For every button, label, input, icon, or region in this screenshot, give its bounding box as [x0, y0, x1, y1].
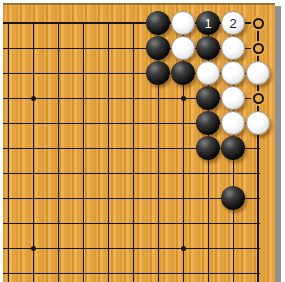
white-stone[interactable]: 2: [221, 11, 245, 35]
circle-marker[interactable]: [253, 18, 264, 29]
go-diagram: 12: [0, 0, 285, 282]
board-drop-shadow: [275, 6, 281, 282]
white-stone[interactable]: [221, 36, 245, 60]
grid-line-vertical: [33, 23, 34, 282]
board-top-edge: [3, 3, 275, 5]
black-stone[interactable]: [146, 11, 170, 35]
grid-line-horizontal: [3, 223, 260, 224]
star-point: [181, 96, 186, 101]
move-number-label: 2: [229, 17, 236, 30]
grid-line-vertical: [83, 23, 84, 282]
grid-line-vertical: [58, 23, 59, 282]
black-stone[interactable]: [146, 36, 170, 60]
grid-line-vertical: [133, 23, 134, 282]
black-stone[interactable]: [196, 86, 220, 110]
white-stone[interactable]: [221, 86, 245, 110]
white-stone[interactable]: [246, 61, 270, 85]
white-stone[interactable]: [246, 111, 270, 135]
white-stone[interactable]: [171, 36, 195, 60]
black-stone[interactable]: [146, 61, 170, 85]
white-stone[interactable]: [196, 61, 220, 85]
black-stone[interactable]: [196, 111, 220, 135]
star-point: [31, 96, 36, 101]
black-stone[interactable]: [171, 61, 195, 85]
grid-line-horizontal: [3, 273, 260, 274]
grid-line-horizontal: [3, 248, 260, 249]
black-stone[interactable]: 1: [196, 11, 220, 35]
black-stone[interactable]: [196, 136, 220, 160]
star-point: [31, 246, 36, 251]
white-stone[interactable]: [221, 111, 245, 135]
black-stone[interactable]: [221, 186, 245, 210]
white-stone[interactable]: [171, 11, 195, 35]
grid-line-vertical: [8, 23, 9, 282]
grid-line-horizontal: [3, 173, 260, 174]
white-stone[interactable]: [221, 61, 245, 85]
move-number-label: 1: [204, 17, 211, 30]
star-point: [181, 246, 186, 251]
black-stone[interactable]: [196, 36, 220, 60]
black-stone[interactable]: [221, 136, 245, 160]
circle-marker[interactable]: [253, 93, 264, 104]
grid-line-vertical: [108, 23, 109, 282]
circle-marker[interactable]: [253, 43, 264, 54]
